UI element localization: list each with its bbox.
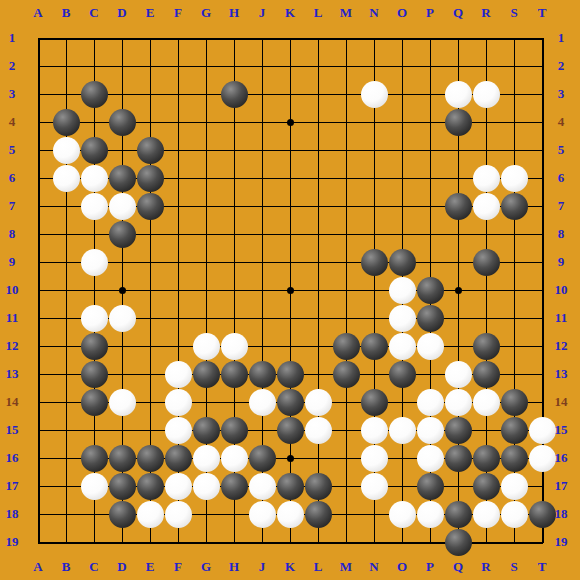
intersection-D15[interactable] xyxy=(108,416,136,444)
intersection-F2[interactable] xyxy=(164,52,192,80)
intersection-B18[interactable] xyxy=(52,500,80,528)
intersection-S3[interactable] xyxy=(500,80,528,108)
intersection-S17[interactable] xyxy=(500,472,528,500)
intersection-Q8[interactable] xyxy=(444,220,472,248)
intersection-P17[interactable] xyxy=(416,472,444,500)
intersection-J13[interactable] xyxy=(248,360,276,388)
intersection-K18[interactable] xyxy=(276,500,304,528)
intersection-F15[interactable] xyxy=(164,416,192,444)
intersection-J17[interactable] xyxy=(248,472,276,500)
intersection-C8[interactable] xyxy=(80,220,108,248)
intersection-A9[interactable] xyxy=(24,248,52,276)
intersection-A10[interactable] xyxy=(24,276,52,304)
intersection-A17[interactable] xyxy=(24,472,52,500)
intersection-H18[interactable] xyxy=(220,500,248,528)
intersection-J9[interactable] xyxy=(248,248,276,276)
intersection-E7[interactable] xyxy=(136,192,164,220)
intersection-H10[interactable] xyxy=(220,276,248,304)
intersection-O7[interactable] xyxy=(388,192,416,220)
intersection-Q14[interactable] xyxy=(444,388,472,416)
intersection-D17[interactable] xyxy=(108,472,136,500)
intersection-Q16[interactable] xyxy=(444,444,472,472)
intersection-A7[interactable] xyxy=(24,192,52,220)
intersection-G7[interactable] xyxy=(192,192,220,220)
intersection-K2[interactable] xyxy=(276,52,304,80)
intersection-P10[interactable] xyxy=(416,276,444,304)
intersection-D18[interactable] xyxy=(108,500,136,528)
intersection-J15[interactable] xyxy=(248,416,276,444)
intersection-Q12[interactable] xyxy=(444,332,472,360)
intersection-Q4[interactable] xyxy=(444,108,472,136)
intersection-L3[interactable] xyxy=(304,80,332,108)
intersection-L17[interactable] xyxy=(304,472,332,500)
intersection-Q7[interactable] xyxy=(444,192,472,220)
intersection-O14[interactable] xyxy=(388,388,416,416)
intersection-S12[interactable] xyxy=(500,332,528,360)
intersection-J10[interactable] xyxy=(248,276,276,304)
intersection-R17[interactable] xyxy=(472,472,500,500)
intersection-F12[interactable] xyxy=(164,332,192,360)
intersection-J1[interactable] xyxy=(248,24,276,52)
intersection-L6[interactable] xyxy=(304,164,332,192)
intersection-P5[interactable] xyxy=(416,136,444,164)
intersection-C11[interactable] xyxy=(80,304,108,332)
intersection-Q15[interactable] xyxy=(444,416,472,444)
intersection-R6[interactable] xyxy=(472,164,500,192)
intersection-G5[interactable] xyxy=(192,136,220,164)
intersection-C18[interactable] xyxy=(80,500,108,528)
intersection-P11[interactable] xyxy=(416,304,444,332)
intersection-N5[interactable] xyxy=(360,136,388,164)
intersection-L7[interactable] xyxy=(304,192,332,220)
intersection-C2[interactable] xyxy=(80,52,108,80)
intersection-D4[interactable] xyxy=(108,108,136,136)
intersection-N8[interactable] xyxy=(360,220,388,248)
intersection-J3[interactable] xyxy=(248,80,276,108)
intersection-L14[interactable] xyxy=(304,388,332,416)
intersection-F11[interactable] xyxy=(164,304,192,332)
intersection-N11[interactable] xyxy=(360,304,388,332)
intersection-D9[interactable] xyxy=(108,248,136,276)
intersection-A8[interactable] xyxy=(24,220,52,248)
intersection-C19[interactable] xyxy=(80,528,108,556)
intersection-N14[interactable] xyxy=(360,388,388,416)
intersection-F1[interactable] xyxy=(164,24,192,52)
intersection-S19[interactable] xyxy=(500,528,528,556)
intersection-P9[interactable] xyxy=(416,248,444,276)
intersection-J4[interactable] xyxy=(248,108,276,136)
intersection-Q13[interactable] xyxy=(444,360,472,388)
intersection-B7[interactable] xyxy=(52,192,80,220)
intersection-N7[interactable] xyxy=(360,192,388,220)
intersection-J8[interactable] xyxy=(248,220,276,248)
intersection-J2[interactable] xyxy=(248,52,276,80)
intersection-M14[interactable] xyxy=(332,388,360,416)
intersection-D16[interactable] xyxy=(108,444,136,472)
intersection-C14[interactable] xyxy=(80,388,108,416)
intersection-O13[interactable] xyxy=(388,360,416,388)
intersection-K14[interactable] xyxy=(276,388,304,416)
intersection-G13[interactable] xyxy=(192,360,220,388)
intersection-S4[interactable] xyxy=(500,108,528,136)
intersection-Q9[interactable] xyxy=(444,248,472,276)
intersection-B3[interactable] xyxy=(52,80,80,108)
intersection-E17[interactable] xyxy=(136,472,164,500)
intersection-K3[interactable] xyxy=(276,80,304,108)
intersection-H14[interactable] xyxy=(220,388,248,416)
intersection-G19[interactable] xyxy=(192,528,220,556)
intersection-D5[interactable] xyxy=(108,136,136,164)
intersection-S1[interactable] xyxy=(500,24,528,52)
intersection-O8[interactable] xyxy=(388,220,416,248)
intersection-J7[interactable] xyxy=(248,192,276,220)
intersection-H5[interactable] xyxy=(220,136,248,164)
intersection-E9[interactable] xyxy=(136,248,164,276)
intersection-N16[interactable] xyxy=(360,444,388,472)
intersection-R5[interactable] xyxy=(472,136,500,164)
intersection-K13[interactable] xyxy=(276,360,304,388)
intersection-M8[interactable] xyxy=(332,220,360,248)
intersection-E19[interactable] xyxy=(136,528,164,556)
intersection-C13[interactable] xyxy=(80,360,108,388)
intersection-R8[interactable] xyxy=(472,220,500,248)
intersection-P12[interactable] xyxy=(416,332,444,360)
intersection-B11[interactable] xyxy=(52,304,80,332)
intersection-H1[interactable] xyxy=(220,24,248,52)
intersection-D8[interactable] xyxy=(108,220,136,248)
intersection-G17[interactable] xyxy=(192,472,220,500)
intersection-H19[interactable] xyxy=(220,528,248,556)
intersection-D10[interactable] xyxy=(108,276,136,304)
intersection-N12[interactable] xyxy=(360,332,388,360)
intersection-S10[interactable] xyxy=(500,276,528,304)
intersection-B8[interactable] xyxy=(52,220,80,248)
intersection-A19[interactable] xyxy=(24,528,52,556)
intersection-Q11[interactable] xyxy=(444,304,472,332)
intersection-M19[interactable] xyxy=(332,528,360,556)
intersection-O4[interactable] xyxy=(388,108,416,136)
intersection-B16[interactable] xyxy=(52,444,80,472)
intersection-O9[interactable] xyxy=(388,248,416,276)
intersection-M6[interactable] xyxy=(332,164,360,192)
intersection-E13[interactable] xyxy=(136,360,164,388)
intersection-B13[interactable] xyxy=(52,360,80,388)
intersection-C9[interactable] xyxy=(80,248,108,276)
intersection-H2[interactable] xyxy=(220,52,248,80)
intersection-A6[interactable] xyxy=(24,164,52,192)
intersection-N10[interactable] xyxy=(360,276,388,304)
intersection-P6[interactable] xyxy=(416,164,444,192)
intersection-G3[interactable] xyxy=(192,80,220,108)
intersection-S9[interactable] xyxy=(500,248,528,276)
intersection-O6[interactable] xyxy=(388,164,416,192)
intersection-B4[interactable] xyxy=(52,108,80,136)
intersection-S5[interactable] xyxy=(500,136,528,164)
intersection-P14[interactable] xyxy=(416,388,444,416)
intersection-L4[interactable] xyxy=(304,108,332,136)
intersection-Q2[interactable] xyxy=(444,52,472,80)
intersection-C4[interactable] xyxy=(80,108,108,136)
intersection-N17[interactable] xyxy=(360,472,388,500)
intersection-R10[interactable] xyxy=(472,276,500,304)
intersection-C3[interactable] xyxy=(80,80,108,108)
intersection-E5[interactable] xyxy=(136,136,164,164)
intersection-F3[interactable] xyxy=(164,80,192,108)
intersection-R11[interactable] xyxy=(472,304,500,332)
intersection-C7[interactable] xyxy=(80,192,108,220)
intersection-E8[interactable] xyxy=(136,220,164,248)
intersection-D13[interactable] xyxy=(108,360,136,388)
intersection-M2[interactable] xyxy=(332,52,360,80)
intersection-E12[interactable] xyxy=(136,332,164,360)
intersection-E3[interactable] xyxy=(136,80,164,108)
intersection-S14[interactable] xyxy=(500,388,528,416)
intersection-G6[interactable] xyxy=(192,164,220,192)
intersection-K10[interactable] xyxy=(276,276,304,304)
intersection-L5[interactable] xyxy=(304,136,332,164)
intersection-N18[interactable] xyxy=(360,500,388,528)
intersection-M12[interactable] xyxy=(332,332,360,360)
intersection-A12[interactable] xyxy=(24,332,52,360)
intersection-M7[interactable] xyxy=(332,192,360,220)
intersection-M11[interactable] xyxy=(332,304,360,332)
intersection-H15[interactable] xyxy=(220,416,248,444)
intersection-F5[interactable] xyxy=(164,136,192,164)
intersection-M10[interactable] xyxy=(332,276,360,304)
intersection-N13[interactable] xyxy=(360,360,388,388)
intersection-B5[interactable] xyxy=(52,136,80,164)
intersection-F7[interactable] xyxy=(164,192,192,220)
intersection-N4[interactable] xyxy=(360,108,388,136)
intersection-H13[interactable] xyxy=(220,360,248,388)
intersection-O11[interactable] xyxy=(388,304,416,332)
intersection-A4[interactable] xyxy=(24,108,52,136)
intersection-S8[interactable] xyxy=(500,220,528,248)
intersection-G8[interactable] xyxy=(192,220,220,248)
intersection-B10[interactable] xyxy=(52,276,80,304)
intersection-G1[interactable] xyxy=(192,24,220,52)
intersection-G16[interactable] xyxy=(192,444,220,472)
intersection-R3[interactable] xyxy=(472,80,500,108)
intersection-Q19[interactable] xyxy=(444,528,472,556)
intersection-H11[interactable] xyxy=(220,304,248,332)
intersection-E6[interactable] xyxy=(136,164,164,192)
intersection-H4[interactable] xyxy=(220,108,248,136)
intersection-L16[interactable] xyxy=(304,444,332,472)
intersection-D14[interactable] xyxy=(108,388,136,416)
intersection-B15[interactable] xyxy=(52,416,80,444)
intersection-C15[interactable] xyxy=(80,416,108,444)
intersection-L2[interactable] xyxy=(304,52,332,80)
intersection-D7[interactable] xyxy=(108,192,136,220)
intersection-A13[interactable] xyxy=(24,360,52,388)
intersection-L13[interactable] xyxy=(304,360,332,388)
intersection-O19[interactable] xyxy=(388,528,416,556)
intersection-P8[interactable] xyxy=(416,220,444,248)
intersection-L19[interactable] xyxy=(304,528,332,556)
intersection-C16[interactable] xyxy=(80,444,108,472)
intersection-M4[interactable] xyxy=(332,108,360,136)
intersection-S7[interactable] xyxy=(500,192,528,220)
intersection-N3[interactable] xyxy=(360,80,388,108)
intersection-R16[interactable] xyxy=(472,444,500,472)
intersection-O3[interactable] xyxy=(388,80,416,108)
intersection-O10[interactable] xyxy=(388,276,416,304)
intersection-O1[interactable] xyxy=(388,24,416,52)
intersection-D6[interactable] xyxy=(108,164,136,192)
intersection-R12[interactable] xyxy=(472,332,500,360)
intersection-J11[interactable] xyxy=(248,304,276,332)
intersection-O16[interactable] xyxy=(388,444,416,472)
intersection-O17[interactable] xyxy=(388,472,416,500)
intersection-C6[interactable] xyxy=(80,164,108,192)
intersection-H3[interactable] xyxy=(220,80,248,108)
intersection-A18[interactable] xyxy=(24,500,52,528)
intersection-P7[interactable] xyxy=(416,192,444,220)
intersection-A3[interactable] xyxy=(24,80,52,108)
intersection-B12[interactable] xyxy=(52,332,80,360)
intersection-F4[interactable] xyxy=(164,108,192,136)
intersection-G11[interactable] xyxy=(192,304,220,332)
intersection-F8[interactable] xyxy=(164,220,192,248)
intersection-P18[interactable] xyxy=(416,500,444,528)
intersection-M9[interactable] xyxy=(332,248,360,276)
intersection-K17[interactable] xyxy=(276,472,304,500)
intersection-P13[interactable] xyxy=(416,360,444,388)
intersection-E4[interactable] xyxy=(136,108,164,136)
intersection-M18[interactable] xyxy=(332,500,360,528)
intersection-K7[interactable] xyxy=(276,192,304,220)
intersection-Q6[interactable] xyxy=(444,164,472,192)
intersection-E10[interactable] xyxy=(136,276,164,304)
intersection-J18[interactable] xyxy=(248,500,276,528)
intersection-N9[interactable] xyxy=(360,248,388,276)
intersection-S16[interactable] xyxy=(500,444,528,472)
intersection-K6[interactable] xyxy=(276,164,304,192)
intersection-L18[interactable] xyxy=(304,500,332,528)
intersection-M1[interactable] xyxy=(332,24,360,52)
intersection-L15[interactable] xyxy=(304,416,332,444)
intersection-Q1[interactable] xyxy=(444,24,472,52)
intersection-J6[interactable] xyxy=(248,164,276,192)
intersection-E14[interactable] xyxy=(136,388,164,416)
intersection-C12[interactable] xyxy=(80,332,108,360)
intersection-K19[interactable] xyxy=(276,528,304,556)
intersection-G12[interactable] xyxy=(192,332,220,360)
intersection-G18[interactable] xyxy=(192,500,220,528)
intersection-P19[interactable] xyxy=(416,528,444,556)
intersection-B14[interactable] xyxy=(52,388,80,416)
intersection-K9[interactable] xyxy=(276,248,304,276)
intersection-K5[interactable] xyxy=(276,136,304,164)
intersection-D2[interactable] xyxy=(108,52,136,80)
intersection-K16[interactable] xyxy=(276,444,304,472)
intersection-E18[interactable] xyxy=(136,500,164,528)
intersection-H9[interactable] xyxy=(220,248,248,276)
intersection-M17[interactable] xyxy=(332,472,360,500)
intersection-S6[interactable] xyxy=(500,164,528,192)
intersection-B1[interactable] xyxy=(52,24,80,52)
intersection-R2[interactable] xyxy=(472,52,500,80)
intersection-H16[interactable] xyxy=(220,444,248,472)
intersection-A11[interactable] xyxy=(24,304,52,332)
intersection-J19[interactable] xyxy=(248,528,276,556)
intersection-L8[interactable] xyxy=(304,220,332,248)
intersection-P3[interactable] xyxy=(416,80,444,108)
intersection-K12[interactable] xyxy=(276,332,304,360)
intersection-C10[interactable] xyxy=(80,276,108,304)
intersection-S13[interactable] xyxy=(500,360,528,388)
intersection-P2[interactable] xyxy=(416,52,444,80)
intersection-H12[interactable] xyxy=(220,332,248,360)
intersection-F18[interactable] xyxy=(164,500,192,528)
intersection-M5[interactable] xyxy=(332,136,360,164)
intersection-Q5[interactable] xyxy=(444,136,472,164)
intersection-M16[interactable] xyxy=(332,444,360,472)
intersection-R14[interactable] xyxy=(472,388,500,416)
intersection-P15[interactable] xyxy=(416,416,444,444)
intersection-H17[interactable] xyxy=(220,472,248,500)
intersection-B2[interactable] xyxy=(52,52,80,80)
intersection-L9[interactable] xyxy=(304,248,332,276)
intersection-M3[interactable] xyxy=(332,80,360,108)
intersection-F6[interactable] xyxy=(164,164,192,192)
intersection-G15[interactable] xyxy=(192,416,220,444)
intersection-K11[interactable] xyxy=(276,304,304,332)
intersection-J5[interactable] xyxy=(248,136,276,164)
intersection-A1[interactable] xyxy=(24,24,52,52)
intersection-J16[interactable] xyxy=(248,444,276,472)
intersection-D3[interactable] xyxy=(108,80,136,108)
intersection-J14[interactable] xyxy=(248,388,276,416)
intersection-F19[interactable] xyxy=(164,528,192,556)
intersection-Q18[interactable] xyxy=(444,500,472,528)
intersection-A2[interactable] xyxy=(24,52,52,80)
intersection-O18[interactable] xyxy=(388,500,416,528)
intersection-N19[interactable] xyxy=(360,528,388,556)
intersection-O2[interactable] xyxy=(388,52,416,80)
intersection-G9[interactable] xyxy=(192,248,220,276)
intersection-G14[interactable] xyxy=(192,388,220,416)
intersection-B17[interactable] xyxy=(52,472,80,500)
intersection-N6[interactable] xyxy=(360,164,388,192)
intersection-R19[interactable] xyxy=(472,528,500,556)
intersection-E15[interactable] xyxy=(136,416,164,444)
intersection-N1[interactable] xyxy=(360,24,388,52)
intersection-S18[interactable] xyxy=(500,500,528,528)
intersection-A14[interactable] xyxy=(24,388,52,416)
intersection-S2[interactable] xyxy=(500,52,528,80)
intersection-R18[interactable] xyxy=(472,500,500,528)
intersection-R13[interactable] xyxy=(472,360,500,388)
intersection-N15[interactable] xyxy=(360,416,388,444)
intersection-B9[interactable] xyxy=(52,248,80,276)
intersection-R7[interactable] xyxy=(472,192,500,220)
intersection-E1[interactable] xyxy=(136,24,164,52)
intersection-E16[interactable] xyxy=(136,444,164,472)
intersection-G10[interactable] xyxy=(192,276,220,304)
intersection-L1[interactable] xyxy=(304,24,332,52)
intersection-L10[interactable] xyxy=(304,276,332,304)
intersection-K15[interactable] xyxy=(276,416,304,444)
intersection-Q3[interactable] xyxy=(444,80,472,108)
intersection-C17[interactable] xyxy=(80,472,108,500)
intersection-F13[interactable] xyxy=(164,360,192,388)
intersection-N2[interactable] xyxy=(360,52,388,80)
intersection-Q10[interactable] xyxy=(444,276,472,304)
intersection-H7[interactable] xyxy=(220,192,248,220)
intersection-D12[interactable] xyxy=(108,332,136,360)
